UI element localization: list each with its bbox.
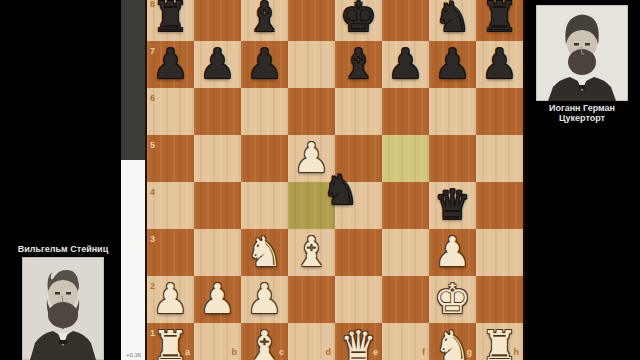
white-player-name: Вильгельм Стейниц [13,244,113,254]
square-e7[interactable]: ♝ [335,41,382,88]
eval-bar: +0.36 [121,0,146,360]
square-g1[interactable]: g♞ [429,323,476,360]
file-label-c: c [279,348,284,357]
eval-bar-black-section [121,0,146,160]
video-frame: +0.36 8♜♝♚♞♜7♟♟♟♝♟♟♟65♟4♞♛3♞♝♟2♟♟♟♚1a♜bc… [0,0,640,360]
file-label-a: a [185,348,190,357]
square-h3[interactable] [476,229,523,276]
black-pawn-b7[interactable]: ♟ [194,41,241,88]
square-g6[interactable] [429,88,476,135]
white-bishop-d3[interactable]: ♝ [288,229,335,276]
square-h4[interactable] [476,182,523,229]
square-a6[interactable]: 6 [147,88,194,135]
black-pawn-c7[interactable]: ♟ [241,41,288,88]
rank-label-6: 6 [150,94,155,103]
square-f1[interactable]: f [382,323,429,360]
black-rook-h8[interactable]: ♜ [476,0,523,41]
rank-label-7: 7 [150,47,155,56]
square-b1[interactable]: b [194,323,241,360]
rank-label-5: 5 [150,141,155,150]
black-knight-g8[interactable]: ♞ [429,0,476,41]
square-e2[interactable] [335,276,382,323]
square-h2[interactable] [476,276,523,323]
square-f8[interactable] [382,0,429,41]
square-c5[interactable] [241,135,288,182]
square-h1[interactable]: h♜ [476,323,523,360]
file-label-h: h [514,348,520,357]
zukertort-portrait [536,5,628,101]
square-a7[interactable]: 7♟ [147,41,194,88]
square-c6[interactable] [241,88,288,135]
rank-label-2: 2 [150,282,155,291]
square-c1[interactable]: c♝ [241,323,288,360]
square-g8[interactable]: ♞ [429,0,476,41]
square-c4[interactable] [241,182,288,229]
square-g4[interactable]: ♛ [429,182,476,229]
rank-label-3: 3 [150,235,155,244]
eval-value: +0.36 [121,352,146,358]
rank-label-1: 1 [150,329,155,338]
square-g5[interactable] [429,135,476,182]
black-pawn-g7[interactable]: ♟ [429,41,476,88]
square-d1[interactable]: d [288,323,335,360]
square-c3[interactable]: ♞ [241,229,288,276]
board-frame: 8♜♝♚♞♜7♟♟♟♝♟♟♟65♟4♞♛3♞♝♟2♟♟♟♚1a♜bc♝de♛fg… [145,0,525,360]
square-c7[interactable]: ♟ [241,41,288,88]
eval-bar-white-section: +0.36 [121,160,146,360]
square-b7[interactable]: ♟ [194,41,241,88]
black-pawn-f7[interactable]: ♟ [382,41,429,88]
square-b2[interactable]: ♟ [194,276,241,323]
file-label-f: f [422,348,425,357]
white-pawn-c2[interactable]: ♟ [241,276,288,323]
black-queen-g4[interactable]: ♛ [429,182,476,229]
square-b8[interactable] [194,0,241,41]
white-king-g2[interactable]: ♚ [429,276,476,323]
square-b3[interactable] [194,229,241,276]
file-label-b: b [232,348,238,357]
square-h6[interactable] [476,88,523,135]
white-knight-c3[interactable]: ♞ [241,229,288,276]
square-d4[interactable]: ♞ [288,182,335,229]
square-a1[interactable]: 1a♜ [147,323,194,360]
square-e6[interactable] [335,88,382,135]
square-a2[interactable]: 2♟ [147,276,194,323]
square-h7[interactable]: ♟ [476,41,523,88]
square-e3[interactable] [335,229,382,276]
square-a3[interactable]: 3 [147,229,194,276]
white-pawn-b2[interactable]: ♟ [194,276,241,323]
black-player-name: Иоганн Герман Цукерторт [525,103,639,123]
square-c8[interactable]: ♝ [241,0,288,41]
chess-board: 8♜♝♚♞♜7♟♟♟♝♟♟♟65♟4♞♛3♞♝♟2♟♟♟♚1a♜bc♝de♛fg… [147,0,523,360]
file-label-e: e [373,348,378,357]
square-f6[interactable] [382,88,429,135]
square-b6[interactable] [194,88,241,135]
square-f5[interactable] [382,135,429,182]
square-f3[interactable] [382,229,429,276]
square-d3[interactable]: ♝ [288,229,335,276]
square-g7[interactable]: ♟ [429,41,476,88]
steinitz-portrait [22,257,104,360]
rank-label-4: 4 [150,188,155,197]
square-h5[interactable] [476,135,523,182]
file-label-d: d [326,348,332,357]
file-label-g: g [467,348,473,357]
rank-label-8: 8 [150,0,155,9]
square-d7[interactable] [288,41,335,88]
square-g2[interactable]: ♚ [429,276,476,323]
black-knight-d4[interactable]: ♞ [317,167,364,214]
square-c2[interactable]: ♟ [241,276,288,323]
black-pawn-h7[interactable]: ♟ [476,41,523,88]
square-d6[interactable] [288,88,335,135]
black-bishop-e7[interactable]: ♝ [335,41,382,88]
square-g3[interactable]: ♟ [429,229,476,276]
square-b4[interactable] [194,182,241,229]
square-a8[interactable]: 8♜ [147,0,194,41]
square-d8[interactable] [288,0,335,41]
square-e8[interactable]: ♚ [335,0,382,41]
square-b5[interactable] [194,135,241,182]
square-d2[interactable] [288,276,335,323]
square-a4[interactable]: 4 [147,182,194,229]
black-king-e8[interactable]: ♚ [335,0,382,41]
square-f4[interactable] [382,182,429,229]
white-pawn-g3[interactable]: ♟ [429,229,476,276]
square-a5[interactable]: 5 [147,135,194,182]
square-e1[interactable]: e♛ [335,323,382,360]
square-f7[interactable]: ♟ [382,41,429,88]
square-f2[interactable] [382,276,429,323]
square-h8[interactable]: ♜ [476,0,523,41]
black-bishop-c8[interactable]: ♝ [241,0,288,41]
